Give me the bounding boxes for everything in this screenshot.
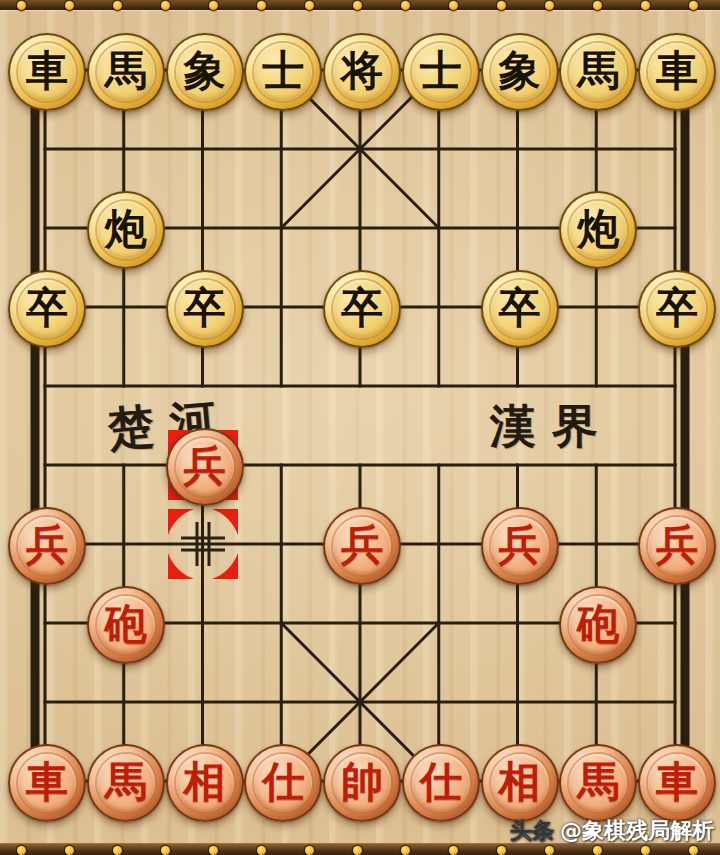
corner-bracket-icon bbox=[168, 509, 238, 579]
stud-icon bbox=[449, 1, 458, 10]
piece-character: 士 bbox=[262, 50, 304, 94]
top-frame-bar bbox=[0, 0, 720, 10]
piece-character: 士 bbox=[420, 50, 462, 94]
stud-icon bbox=[545, 846, 554, 855]
piece-character: 兵 bbox=[184, 445, 226, 489]
piece-red-f8r9[interactable]: 車 bbox=[638, 744, 716, 822]
piece-red-f1r7[interactable]: 砲 bbox=[87, 586, 165, 664]
piece-black-f3r0[interactable]: 士 bbox=[244, 33, 322, 111]
piece-black-f8r0[interactable]: 車 bbox=[638, 33, 716, 111]
piece-character: 兵 bbox=[499, 524, 541, 568]
piece-red-f7r7[interactable]: 砲 bbox=[559, 586, 637, 664]
piece-character: 卒 bbox=[499, 287, 541, 331]
stud-icon bbox=[593, 1, 602, 10]
stud-icon bbox=[545, 1, 554, 10]
stud-icon bbox=[593, 846, 602, 855]
stud-icon bbox=[497, 846, 506, 855]
piece-black-f2r0[interactable]: 象 bbox=[166, 33, 244, 111]
river-label-han-jie: 漢界 bbox=[490, 396, 614, 458]
piece-black-f0r0[interactable]: 車 bbox=[8, 33, 86, 111]
piece-character: 象 bbox=[499, 50, 541, 94]
piece-black-f1r2[interactable]: 炮 bbox=[87, 191, 165, 269]
piece-character: 砲 bbox=[105, 603, 147, 647]
piece-red-f7r9[interactable]: 馬 bbox=[559, 744, 637, 822]
stud-icon bbox=[401, 1, 410, 10]
xiangqi-app: 楚河 漢界 車馬象士将士象馬車炮炮卒卒卒卒卒兵兵兵兵兵砲砲車馬相仕帥仕相馬車 头… bbox=[0, 0, 720, 855]
piece-black-f5r0[interactable]: 士 bbox=[402, 33, 480, 111]
watermark-brand: 头条 bbox=[510, 818, 554, 843]
piece-red-f2r9[interactable]: 相 bbox=[166, 744, 244, 822]
piece-red-f4r6[interactable]: 兵 bbox=[323, 507, 401, 585]
move-marker-origin bbox=[164, 505, 242, 583]
piece-character: 炮 bbox=[105, 208, 147, 252]
stud-icon bbox=[449, 846, 458, 855]
piece-character: 卒 bbox=[656, 287, 698, 331]
piece-red-f1r9[interactable]: 馬 bbox=[87, 744, 165, 822]
stud-icon bbox=[641, 1, 650, 10]
piece-black-f4r3[interactable]: 卒 bbox=[323, 270, 401, 348]
piece-character: 兵 bbox=[341, 524, 383, 568]
stud-icon bbox=[161, 846, 170, 855]
crosshair-icon bbox=[181, 522, 225, 566]
piece-black-f0r3[interactable]: 卒 bbox=[8, 270, 86, 348]
piece-character: 卒 bbox=[184, 287, 226, 331]
piece-red-f6r6[interactable]: 兵 bbox=[481, 507, 559, 585]
piece-character: 馬 bbox=[577, 761, 619, 805]
stud-icon bbox=[497, 1, 506, 10]
piece-black-f8r3[interactable]: 卒 bbox=[638, 270, 716, 348]
piece-black-f7r0[interactable]: 馬 bbox=[559, 33, 637, 111]
stud-icon bbox=[689, 1, 698, 10]
piece-character: 砲 bbox=[577, 603, 619, 647]
piece-character: 相 bbox=[184, 761, 226, 805]
stud-icon bbox=[209, 1, 218, 10]
stud-icon bbox=[641, 846, 650, 855]
stud-icon bbox=[209, 846, 218, 855]
piece-character: 炮 bbox=[577, 208, 619, 252]
piece-character: 車 bbox=[26, 761, 68, 805]
stud-icon bbox=[689, 846, 698, 855]
piece-character: 将 bbox=[341, 50, 383, 94]
watermark-handle: @象棋残局解析 bbox=[560, 818, 714, 843]
piece-character: 馬 bbox=[105, 761, 147, 805]
piece-black-f7r2[interactable]: 炮 bbox=[559, 191, 637, 269]
piece-red-f4r9[interactable]: 帥 bbox=[323, 744, 401, 822]
piece-character: 相 bbox=[499, 761, 541, 805]
stud-icon bbox=[257, 846, 266, 855]
stud-icon bbox=[17, 1, 26, 10]
piece-character: 車 bbox=[656, 761, 698, 805]
piece-red-f5r9[interactable]: 仕 bbox=[402, 744, 480, 822]
stud-icon bbox=[17, 846, 26, 855]
stud-icon bbox=[161, 1, 170, 10]
piece-character: 馬 bbox=[105, 50, 147, 94]
stud-icon bbox=[305, 846, 314, 855]
stud-icon bbox=[257, 1, 266, 10]
stud-icon bbox=[305, 1, 314, 10]
xiangqi-board[interactable]: 楚河 漢界 車馬象士将士象馬車炮炮卒卒卒卒卒兵兵兵兵兵砲砲車馬相仕帥仕相馬車 bbox=[0, 0, 720, 855]
piece-character: 象 bbox=[184, 50, 226, 94]
piece-character: 兵 bbox=[656, 524, 698, 568]
stud-icon bbox=[65, 846, 74, 855]
piece-character: 帥 bbox=[341, 761, 383, 805]
piece-character: 卒 bbox=[341, 287, 383, 331]
piece-red-f2r5[interactable]: 兵 bbox=[166, 428, 244, 506]
piece-character: 仕 bbox=[262, 761, 304, 805]
watermark: 头条@象棋残局解析 bbox=[510, 816, 714, 846]
piece-character: 馬 bbox=[577, 50, 619, 94]
stud-icon bbox=[353, 846, 362, 855]
piece-black-f1r0[interactable]: 馬 bbox=[87, 33, 165, 111]
piece-black-f6r3[interactable]: 卒 bbox=[481, 270, 559, 348]
stud-icon bbox=[65, 1, 74, 10]
piece-character: 車 bbox=[656, 50, 698, 94]
stud-icon bbox=[113, 846, 122, 855]
piece-character: 車 bbox=[26, 50, 68, 94]
piece-red-f0r6[interactable]: 兵 bbox=[8, 507, 86, 585]
piece-character: 兵 bbox=[26, 524, 68, 568]
piece-black-f4r0[interactable]: 将 bbox=[323, 33, 401, 111]
piece-red-f8r6[interactable]: 兵 bbox=[638, 507, 716, 585]
piece-red-f3r9[interactable]: 仕 bbox=[244, 744, 322, 822]
piece-red-f0r9[interactable]: 車 bbox=[8, 744, 86, 822]
stud-icon bbox=[353, 1, 362, 10]
piece-character: 仕 bbox=[420, 761, 462, 805]
stud-icon bbox=[113, 1, 122, 10]
piece-red-f6r9[interactable]: 相 bbox=[481, 744, 559, 822]
piece-black-f2r3[interactable]: 卒 bbox=[166, 270, 244, 348]
stud-icon bbox=[401, 846, 410, 855]
piece-character: 卒 bbox=[26, 287, 68, 331]
piece-black-f6r0[interactable]: 象 bbox=[481, 33, 559, 111]
